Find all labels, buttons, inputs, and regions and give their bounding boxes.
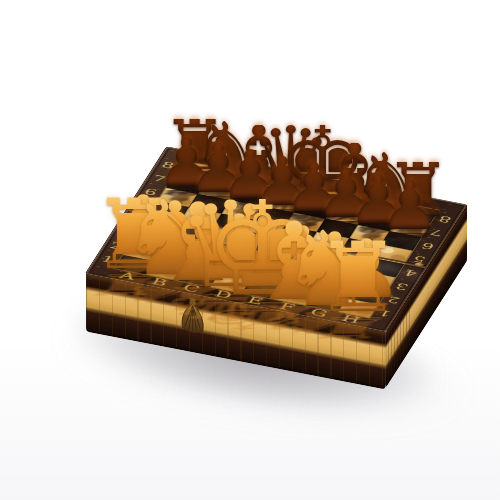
- rank-label-8: 8: [159, 160, 176, 171]
- clasp-icon: [179, 294, 207, 339]
- rank-label-4: 4: [125, 214, 142, 225]
- chess-box: 87654321 87654321 ABCDEFGH: [0, 0, 500, 500]
- rank-label-7: 7: [151, 173, 168, 184]
- photo-scene: 87654321 87654321 ABCDEFGH ♜♜♞♞♝♝♛♛♚♚♝♝♞…: [0, 0, 500, 500]
- rank-label-6: 6: [142, 187, 159, 198]
- rank-label-2: 2: [108, 241, 125, 252]
- rank-label-8: 8: [437, 214, 454, 225]
- rank-label-2: 2: [385, 294, 402, 305]
- rank-label-3: 3: [116, 227, 133, 238]
- rank-label-3: 3: [394, 281, 411, 292]
- rank-label-1: 1: [377, 308, 394, 319]
- rank-label-7: 7: [428, 227, 445, 238]
- rank-label-4: 4: [402, 267, 419, 278]
- rank-label-6: 6: [420, 241, 437, 252]
- rank-label-1: 1: [99, 254, 116, 265]
